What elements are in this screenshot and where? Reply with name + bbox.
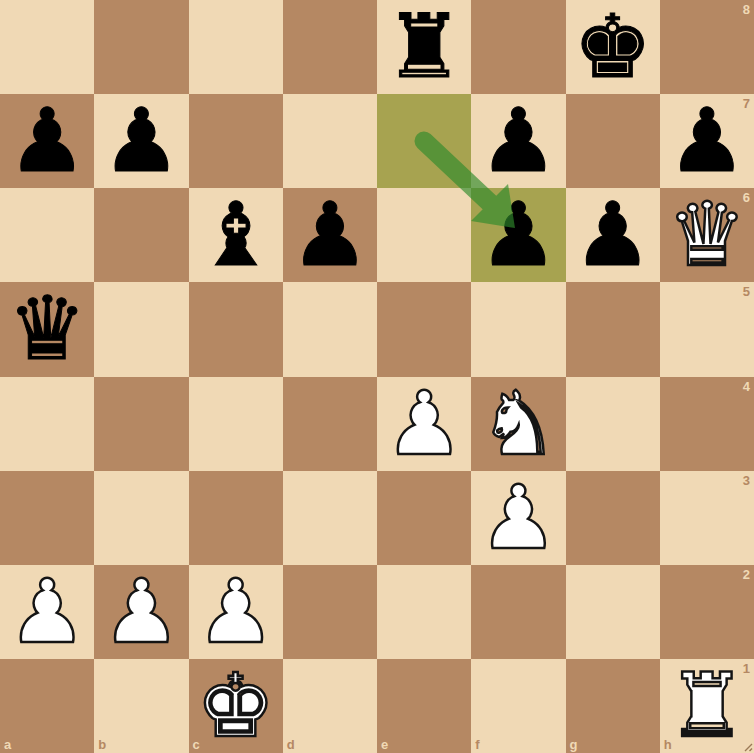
square-f2[interactable] bbox=[471, 565, 565, 659]
square-b3[interactable] bbox=[94, 471, 188, 565]
square-g3[interactable] bbox=[566, 471, 660, 565]
square-g1[interactable]: g bbox=[566, 659, 660, 753]
square-a7[interactable]: ♟ bbox=[0, 94, 94, 188]
square-c2[interactable]: ♟ bbox=[189, 565, 283, 659]
square-f6[interactable]: ♟ bbox=[471, 188, 565, 282]
square-d6[interactable]: ♟ bbox=[283, 188, 377, 282]
square-c4[interactable] bbox=[189, 377, 283, 471]
square-c5[interactable] bbox=[189, 282, 283, 376]
square-c8[interactable] bbox=[189, 0, 283, 94]
square-h5[interactable]: 5 bbox=[660, 282, 754, 376]
piece-white-knight[interactable]: ♞ bbox=[479, 380, 558, 468]
file-label-a: a bbox=[4, 738, 11, 751]
square-h8[interactable]: 8 bbox=[660, 0, 754, 94]
file-label-g: g bbox=[570, 738, 578, 751]
file-label-f: f bbox=[475, 738, 479, 751]
square-g4[interactable] bbox=[566, 377, 660, 471]
square-b8[interactable] bbox=[94, 0, 188, 94]
square-a2[interactable]: ♟ bbox=[0, 565, 94, 659]
square-d1[interactable]: d bbox=[283, 659, 377, 753]
rank-label-7: 7 bbox=[743, 97, 750, 110]
square-d3[interactable] bbox=[283, 471, 377, 565]
square-g2[interactable] bbox=[566, 565, 660, 659]
square-f5[interactable] bbox=[471, 282, 565, 376]
rank-label-5: 5 bbox=[743, 285, 750, 298]
square-a8[interactable] bbox=[0, 0, 94, 94]
square-g8[interactable]: ♚ bbox=[566, 0, 660, 94]
square-d4[interactable] bbox=[283, 377, 377, 471]
square-h2[interactable]: 2 bbox=[660, 565, 754, 659]
piece-white-king[interactable]: ♚ bbox=[196, 662, 275, 750]
resize-handle-icon[interactable] bbox=[739, 738, 753, 752]
square-h3[interactable]: 3 bbox=[660, 471, 754, 565]
square-h4[interactable]: 4 bbox=[660, 377, 754, 471]
square-e2[interactable] bbox=[377, 565, 471, 659]
piece-black-queen[interactable]: ♛ bbox=[8, 285, 87, 373]
square-g5[interactable] bbox=[566, 282, 660, 376]
piece-black-pawn[interactable]: ♟ bbox=[102, 97, 181, 185]
rank-label-8: 8 bbox=[743, 3, 750, 16]
rank-label-4: 4 bbox=[743, 380, 750, 393]
square-d7[interactable] bbox=[283, 94, 377, 188]
piece-black-king[interactable]: ♚ bbox=[573, 3, 652, 91]
file-label-d: d bbox=[287, 738, 295, 751]
piece-white-pawn[interactable]: ♟ bbox=[479, 474, 558, 562]
piece-black-pawn[interactable]: ♟ bbox=[667, 97, 746, 185]
square-b5[interactable] bbox=[94, 282, 188, 376]
piece-black-pawn[interactable]: ♟ bbox=[573, 191, 652, 279]
rank-label-1: 1 bbox=[743, 662, 750, 675]
square-b6[interactable] bbox=[94, 188, 188, 282]
piece-white-pawn[interactable]: ♟ bbox=[8, 568, 87, 656]
square-e5[interactable] bbox=[377, 282, 471, 376]
square-f8[interactable] bbox=[471, 0, 565, 94]
file-label-c: c bbox=[193, 738, 200, 751]
square-f7[interactable]: ♟ bbox=[471, 94, 565, 188]
square-f1[interactable]: f bbox=[471, 659, 565, 753]
piece-white-pawn[interactable]: ♟ bbox=[196, 568, 275, 656]
file-label-e: e bbox=[381, 738, 388, 751]
rank-label-2: 2 bbox=[743, 568, 750, 581]
square-h6[interactable]: ♛6 bbox=[660, 188, 754, 282]
piece-black-bishop[interactable]: ♝ bbox=[196, 191, 275, 279]
piece-black-pawn[interactable]: ♟ bbox=[290, 191, 369, 279]
square-a3[interactable] bbox=[0, 471, 94, 565]
square-d5[interactable] bbox=[283, 282, 377, 376]
square-e3[interactable] bbox=[377, 471, 471, 565]
chess-board: ♜♚8♟♟♟♟7♝♟♟♟♛6♛5♟♞4♟3♟♟♟2ab♚cdefg♜1h bbox=[0, 0, 754, 753]
file-label-h: h bbox=[664, 738, 672, 751]
square-c7[interactable] bbox=[189, 94, 283, 188]
square-a6[interactable] bbox=[0, 188, 94, 282]
piece-black-rook[interactable]: ♜ bbox=[385, 3, 464, 91]
square-g7[interactable] bbox=[566, 94, 660, 188]
square-c3[interactable] bbox=[189, 471, 283, 565]
square-h7[interactable]: ♟7 bbox=[660, 94, 754, 188]
square-f3[interactable]: ♟ bbox=[471, 471, 565, 565]
square-d2[interactable] bbox=[283, 565, 377, 659]
square-f4[interactable]: ♞ bbox=[471, 377, 565, 471]
piece-black-pawn[interactable]: ♟ bbox=[479, 97, 558, 185]
square-c1[interactable]: ♚c bbox=[189, 659, 283, 753]
square-d8[interactable] bbox=[283, 0, 377, 94]
square-a1[interactable]: a bbox=[0, 659, 94, 753]
piece-black-pawn[interactable]: ♟ bbox=[479, 191, 558, 279]
rank-label-3: 3 bbox=[743, 474, 750, 487]
square-c6[interactable]: ♝ bbox=[189, 188, 283, 282]
square-e1[interactable]: e bbox=[377, 659, 471, 753]
square-b7[interactable]: ♟ bbox=[94, 94, 188, 188]
piece-white-pawn[interactable]: ♟ bbox=[385, 380, 464, 468]
rank-label-6: 6 bbox=[743, 191, 750, 204]
square-a4[interactable] bbox=[0, 377, 94, 471]
square-b4[interactable] bbox=[94, 377, 188, 471]
file-label-b: b bbox=[98, 738, 106, 751]
piece-white-queen[interactable]: ♛ bbox=[667, 191, 746, 279]
piece-black-pawn[interactable]: ♟ bbox=[8, 97, 87, 185]
square-e8[interactable]: ♜ bbox=[377, 0, 471, 94]
square-a5[interactable]: ♛ bbox=[0, 282, 94, 376]
square-e6[interactable] bbox=[377, 188, 471, 282]
square-b2[interactable]: ♟ bbox=[94, 565, 188, 659]
square-e7[interactable] bbox=[377, 94, 471, 188]
piece-white-pawn[interactable]: ♟ bbox=[102, 568, 181, 656]
square-e4[interactable]: ♟ bbox=[377, 377, 471, 471]
square-b1[interactable]: b bbox=[94, 659, 188, 753]
piece-white-rook[interactable]: ♜ bbox=[667, 662, 746, 750]
square-g6[interactable]: ♟ bbox=[566, 188, 660, 282]
